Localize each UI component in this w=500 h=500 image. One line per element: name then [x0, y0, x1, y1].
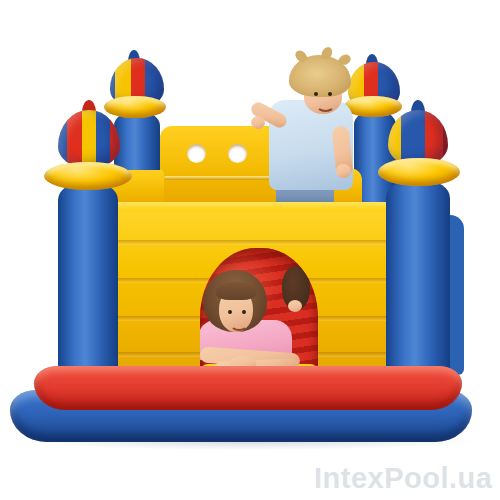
front-right-tower-column: [386, 180, 450, 392]
front-left-tower-ring: [44, 162, 132, 190]
boy-left-hand: [251, 116, 265, 129]
front-right-tower-ring: [378, 158, 460, 186]
watermark-text: IntexPool.ua: [314, 462, 492, 495]
porthole-1: [187, 144, 206, 163]
girl-bangs: [216, 282, 256, 300]
back-left-tower-ring: [104, 96, 166, 118]
front-left-tower-dome: [58, 110, 120, 168]
boy-smile: [316, 98, 335, 112]
back-right-tower-ring: [344, 96, 402, 117]
boy-right-hand: [336, 164, 351, 178]
front-wall-rib-1: [110, 240, 390, 245]
castle-doorway: [200, 248, 318, 376]
girl-right-eye: [242, 310, 246, 314]
front-wall-top-rim: [107, 202, 393, 215]
product-photo-scene: IntexPool.ua: [0, 0, 500, 500]
girl-left-eye: [228, 310, 232, 314]
hidden-child-face-glimpse: [288, 300, 302, 312]
girl-smile: [230, 318, 248, 331]
base-ring-red: [34, 366, 462, 410]
front-left-tower-column: [58, 182, 118, 390]
boy-left-eye: [314, 92, 318, 96]
boy-right-eye: [328, 92, 332, 96]
porthole-2: [228, 144, 247, 163]
